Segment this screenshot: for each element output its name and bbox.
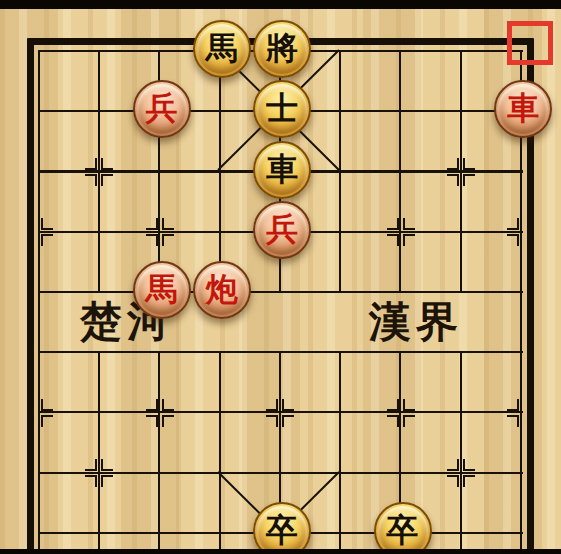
piece-black-chariot[interactable]: 車 [253,141,311,199]
piece-glyph: 卒 [266,514,298,546]
star-point-marker [24,398,54,428]
piece-black-general[interactable]: 將 [253,20,311,78]
board[interactable]: 楚河 漢界 馬將兵士車車兵馬炮卒卒 [0,0,561,554]
piece-glyph: 車 [507,92,539,124]
star-point-marker [506,398,536,428]
piece-red-chariot[interactable]: 車 [494,80,552,138]
bottom-black-bar [0,549,561,554]
top-black-bar [0,0,561,9]
piece-red-horse[interactable]: 馬 [133,261,191,319]
piece-red-cannon[interactable]: 炮 [193,261,251,319]
piece-black-soldier[interactable]: 卒 [374,502,432,554]
piece-red-soldier[interactable]: 兵 [253,201,311,259]
piece-glyph: 兵 [146,92,178,124]
star-point-marker [84,458,114,488]
piece-black-horse[interactable]: 馬 [193,20,251,78]
piece-glyph: 馬 [146,273,178,305]
piece-red-soldier[interactable]: 兵 [133,80,191,138]
piece-glyph: 兵 [266,213,298,245]
river-left-edge-line [38,291,40,353]
xiangqi-app: 楚河 漢界 馬將兵士車車兵馬炮卒卒 [0,0,561,554]
star-point-marker [446,157,476,187]
piece-glyph: 車 [266,153,298,185]
piece-glyph: 馬 [206,32,238,64]
star-point-marker [24,217,54,247]
star-point-marker [446,458,476,488]
piece-glyph: 將 [266,32,298,64]
star-point-marker [265,398,295,428]
star-point-marker [386,217,416,247]
piece-glyph: 士 [266,92,298,124]
star-point-marker [84,157,114,187]
river-label-han-jie: 漢界 [369,301,463,343]
piece-glyph: 卒 [387,514,419,546]
river-right-edge-line [520,291,522,353]
star-point-marker [145,398,175,428]
star-point-marker [386,398,416,428]
star-point-marker [506,217,536,247]
piece-black-advisor[interactable]: 士 [253,80,311,138]
last-move-highlight [507,21,553,65]
piece-black-soldier[interactable]: 卒 [253,502,311,554]
piece-glyph: 炮 [206,273,238,305]
star-point-marker [145,217,175,247]
